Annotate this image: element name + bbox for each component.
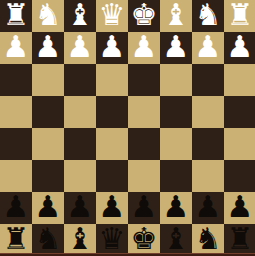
square-h8[interactable]: ♜ — [224, 224, 255, 256]
square-b6[interactable] — [32, 160, 64, 192]
square-c5[interactable] — [64, 128, 96, 160]
piece-white-king[interactable]: ♚ — [131, 0, 158, 31]
square-a5[interactable] — [0, 128, 32, 160]
square-g3[interactable] — [192, 64, 224, 96]
piece-white-pawn[interactable]: ♟ — [67, 32, 94, 63]
square-e7[interactable]: ♟ — [128, 192, 160, 224]
square-f7[interactable]: ♟ — [160, 192, 192, 224]
square-a8[interactable]: ♜ — [0, 224, 32, 256]
square-c2[interactable]: ♟ — [64, 32, 96, 64]
square-b3[interactable] — [32, 64, 64, 96]
square-b8[interactable]: ♞ — [32, 224, 64, 256]
piece-black-pawn[interactable]: ♟ — [227, 192, 254, 223]
square-c7[interactable]: ♟ — [64, 192, 96, 224]
square-h6[interactable] — [224, 160, 255, 192]
square-f1[interactable]: ♝ — [160, 0, 192, 32]
square-d7[interactable]: ♟ — [96, 192, 128, 224]
piece-black-pawn[interactable]: ♟ — [195, 192, 222, 223]
square-f3[interactable] — [160, 64, 192, 96]
square-g5[interactable] — [192, 128, 224, 160]
square-g6[interactable] — [192, 160, 224, 192]
piece-black-pawn[interactable]: ♟ — [35, 192, 62, 223]
square-h7[interactable]: ♟ — [224, 192, 255, 224]
piece-white-pawn[interactable]: ♟ — [35, 32, 62, 63]
square-f6[interactable] — [160, 160, 192, 192]
square-g1[interactable]: ♞ — [192, 0, 224, 32]
piece-white-bishop[interactable]: ♝ — [67, 0, 94, 31]
square-g8[interactable]: ♞ — [192, 224, 224, 256]
square-d2[interactable]: ♟ — [96, 32, 128, 64]
piece-white-pawn[interactable]: ♟ — [3, 32, 30, 63]
square-d6[interactable] — [96, 160, 128, 192]
square-e6[interactable] — [128, 160, 160, 192]
square-a1[interactable]: ♜ — [0, 0, 32, 32]
piece-black-queen[interactable]: ♛ — [99, 224, 126, 255]
square-e4[interactable] — [128, 96, 160, 128]
piece-white-pawn[interactable]: ♟ — [99, 32, 126, 63]
square-c1[interactable]: ♝ — [64, 0, 96, 32]
square-h2[interactable]: ♟ — [224, 32, 255, 64]
square-e2[interactable]: ♟ — [128, 32, 160, 64]
square-b4[interactable] — [32, 96, 64, 128]
square-c3[interactable] — [64, 64, 96, 96]
piece-black-pawn[interactable]: ♟ — [163, 192, 190, 223]
piece-black-pawn[interactable]: ♟ — [99, 192, 126, 223]
piece-black-knight[interactable]: ♞ — [195, 224, 222, 255]
piece-black-rook[interactable]: ♜ — [227, 224, 254, 255]
piece-black-pawn[interactable]: ♟ — [67, 192, 94, 223]
square-e3[interactable] — [128, 64, 160, 96]
piece-black-rook[interactable]: ♜ — [3, 224, 30, 255]
square-g4[interactable] — [192, 96, 224, 128]
piece-white-queen[interactable]: ♛ — [99, 0, 126, 31]
square-h3[interactable] — [224, 64, 255, 96]
square-g2[interactable]: ♟ — [192, 32, 224, 64]
piece-white-knight[interactable]: ♞ — [35, 0, 62, 31]
square-d1[interactable]: ♛ — [96, 0, 128, 32]
square-d5[interactable] — [96, 128, 128, 160]
piece-black-king[interactable]: ♚ — [131, 224, 158, 255]
piece-black-bishop[interactable]: ♝ — [163, 224, 190, 255]
piece-white-knight[interactable]: ♞ — [195, 0, 222, 31]
square-c4[interactable] — [64, 96, 96, 128]
square-a3[interactable] — [0, 64, 32, 96]
piece-white-rook[interactable]: ♜ — [227, 0, 254, 31]
square-b5[interactable] — [32, 128, 64, 160]
piece-white-pawn[interactable]: ♟ — [227, 32, 254, 63]
piece-white-pawn[interactable]: ♟ — [163, 32, 190, 63]
square-f5[interactable] — [160, 128, 192, 160]
square-f2[interactable]: ♟ — [160, 32, 192, 64]
square-g7[interactable]: ♟ — [192, 192, 224, 224]
piece-white-bishop[interactable]: ♝ — [163, 0, 190, 31]
piece-black-bishop[interactable]: ♝ — [67, 224, 94, 255]
square-h1[interactable]: ♜ — [224, 0, 255, 32]
square-a7[interactable]: ♟ — [0, 192, 32, 224]
piece-white-pawn[interactable]: ♟ — [131, 32, 158, 63]
square-b7[interactable]: ♟ — [32, 192, 64, 224]
square-e1[interactable]: ♚ — [128, 0, 160, 32]
square-f4[interactable] — [160, 96, 192, 128]
square-a6[interactable] — [0, 160, 32, 192]
square-e8[interactable]: ♚ — [128, 224, 160, 256]
piece-white-rook[interactable]: ♜ — [3, 0, 30, 31]
square-e5[interactable] — [128, 128, 160, 160]
square-h4[interactable] — [224, 96, 255, 128]
square-d3[interactable] — [96, 64, 128, 96]
piece-white-pawn[interactable]: ♟ — [195, 32, 222, 63]
square-c8[interactable]: ♝ — [64, 224, 96, 256]
chess-board: ♜♞♝♛♚♝♞♜♟♟♟♟♟♟♟♟♟♟♟♟♟♟♟♟♜♞♝♛♚♝♞♜ — [0, 0, 255, 256]
square-f8[interactable]: ♝ — [160, 224, 192, 256]
square-b2[interactable]: ♟ — [32, 32, 64, 64]
square-h5[interactable] — [224, 128, 255, 160]
square-a4[interactable] — [0, 96, 32, 128]
piece-black-pawn[interactable]: ♟ — [3, 192, 30, 223]
square-c6[interactable] — [64, 160, 96, 192]
square-b1[interactable]: ♞ — [32, 0, 64, 32]
piece-black-pawn[interactable]: ♟ — [131, 192, 158, 223]
chess-app-screen: ♜♞♝♛♚♝♞♜♟♟♟♟♟♟♟♟♟♟♟♟♟♟♟♟♜♞♝♛♚♝♞♜ — [0, 0, 255, 256]
square-a2[interactable]: ♟ — [0, 32, 32, 64]
square-d8[interactable]: ♛ — [96, 224, 128, 256]
piece-black-knight[interactable]: ♞ — [35, 224, 62, 255]
square-d4[interactable] — [96, 96, 128, 128]
